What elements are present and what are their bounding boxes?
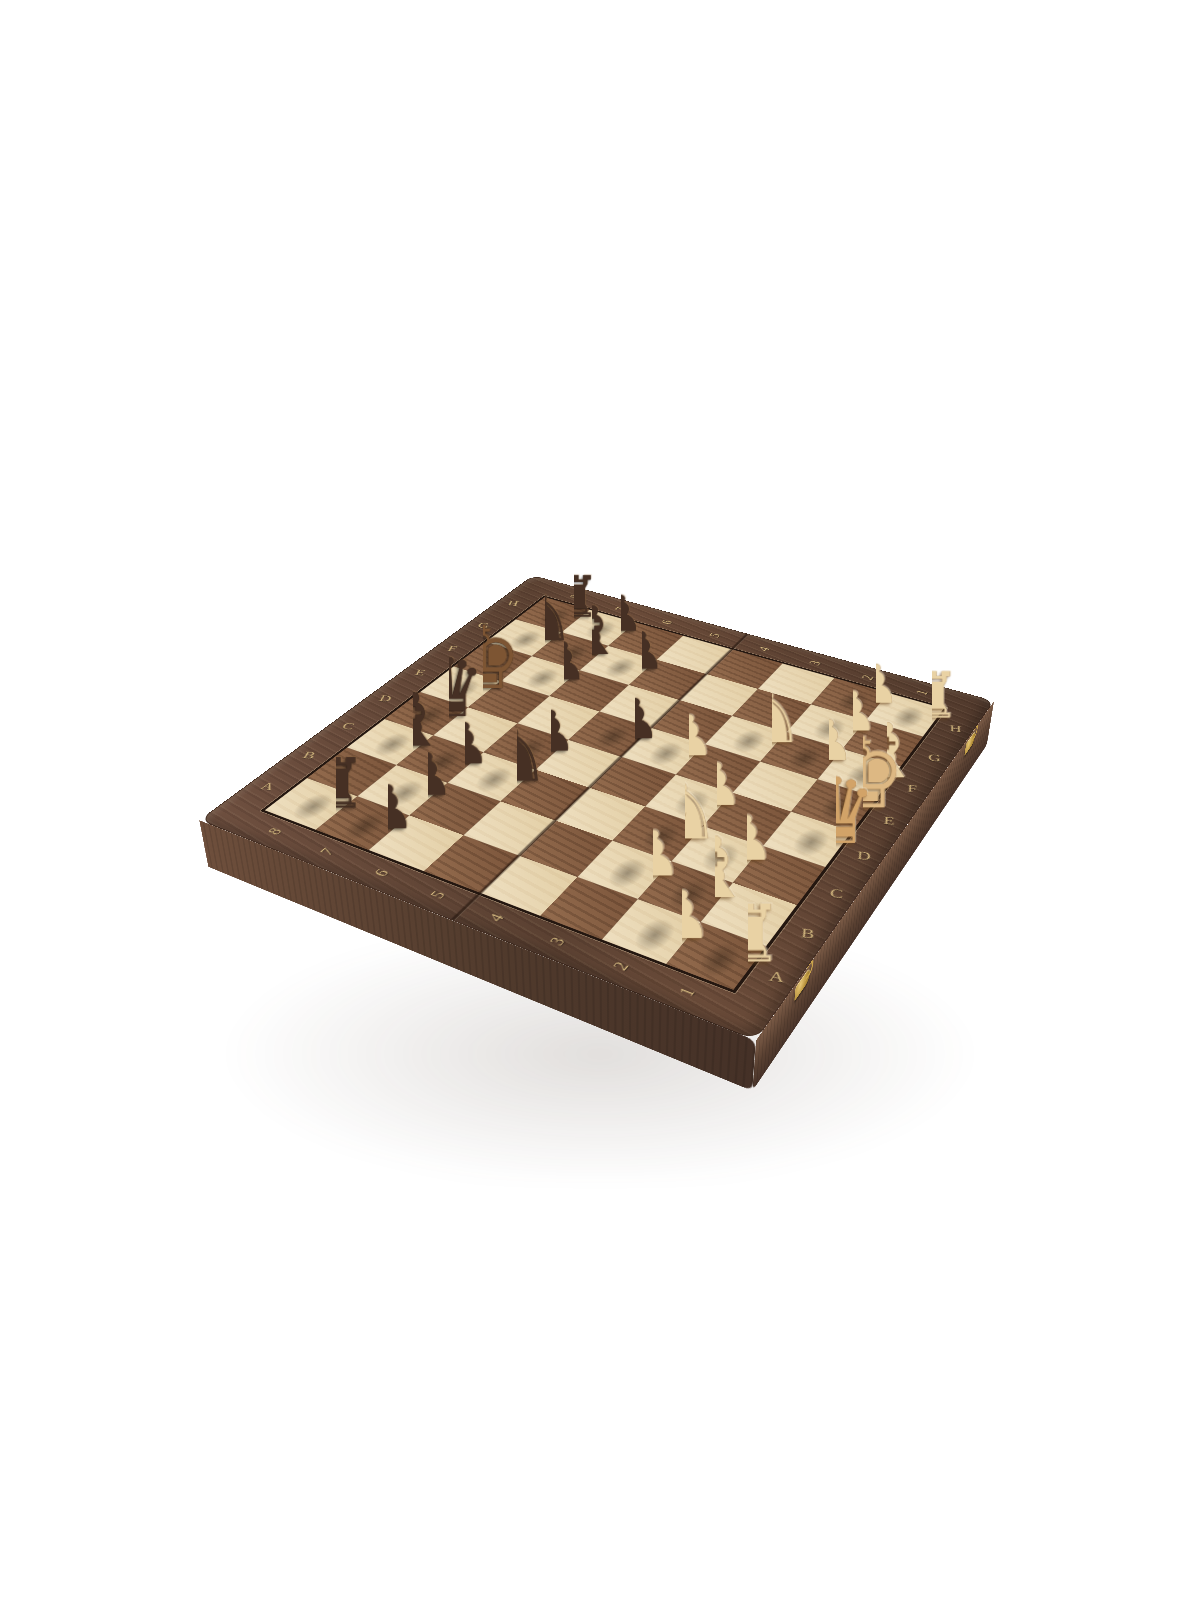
product-photo: ABCDEFGH ABCDEFGH 87654321 87654321 ♜♝♛♚… [0,0,1200,1600]
coordinate-label-G: G [928,752,941,764]
chess-board: ABCDEFGH ABCDEFGH 87654321 87654321 ♜♝♛♚… [199,575,994,1040]
coordinate-label-3: 3 [545,935,570,949]
coordinate-label-D: D [856,849,870,864]
coordinate-label-1: 1 [674,985,701,1000]
perspective-scene: ABCDEFGH ABCDEFGH 87654321 87654321 ♜♝♛♚… [0,0,1200,1600]
coordinate-label-F: F [907,783,917,796]
coordinate-label-3: 3 [806,659,826,667]
coordinate-label-8: 8 [264,826,287,837]
board-frame: ABCDEFGH ABCDEFGH 87654321 87654321 ♜♝♛♚… [199,575,994,1040]
coordinate-label-5: 5 [426,889,450,902]
coordinate-label-5: 5 [705,632,724,640]
coordinate-label-6: 6 [370,867,394,879]
coordinate-label-B: B [800,926,815,943]
coordinate-label-2: 2 [608,959,634,973]
square-a8: ♜ [265,778,358,830]
coordinate-label-C: C [829,886,843,902]
coordinate-label-4: 4 [484,911,509,924]
coordinate-label-C: C [340,721,357,732]
coordinate-label-4: 4 [755,645,774,653]
coordinate-label-7: 7 [316,846,339,858]
coordinate-label-E: E [883,815,895,829]
coordinate-label-A: A [768,968,785,986]
coordinate-label-A: A [258,780,278,793]
coordinate-label-H: H [949,723,961,735]
